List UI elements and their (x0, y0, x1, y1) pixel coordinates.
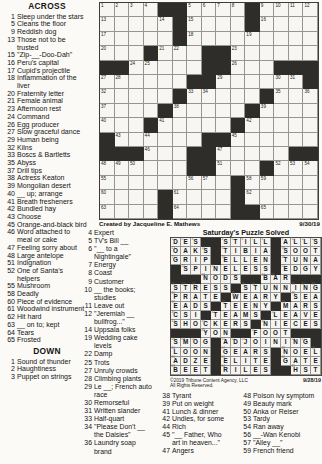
cell-r10c6[interactable] (173, 133, 188, 147)
clue-down-59: 59French friend (240, 447, 322, 455)
clue-number: 33 (2, 151, 17, 159)
cell-r4c6[interactable]: 22 (173, 46, 188, 60)
clue-number: 39 (158, 400, 172, 408)
cell-r8c8[interactable] (202, 104, 217, 118)
cell-r2c11-black (271, 247, 281, 256)
cell-r15c15[interactable] (303, 205, 318, 219)
cell-r12c15[interactable]: 54 (303, 161, 318, 175)
cell-r6c2[interactable]: 28 (115, 75, 130, 89)
cell-r6c4[interactable] (144, 75, 159, 89)
clue-number: 41 (2, 198, 17, 206)
cell-r11c11[interactable] (245, 147, 260, 161)
clue-number: 37 (2, 167, 17, 175)
cell-r9c1[interactable]: 40 (100, 118, 115, 132)
clue-text: Word attached to meal or cake (17, 228, 87, 243)
cell-r1c15[interactable]: 12 (303, 3, 318, 17)
cell-number: 52 (232, 338, 235, 341)
cell-r10c14[interactable] (289, 133, 304, 147)
cell-r15c10-black (231, 205, 246, 219)
cell-r5c12[interactable] (260, 61, 275, 75)
cell-number: 51 (217, 161, 222, 166)
cell-number: 10 (292, 238, 295, 241)
clue-across-21: 21Female animal (2, 97, 92, 105)
solution-letter: L (244, 367, 248, 373)
cell-r2c3[interactable] (129, 17, 144, 31)
cell-r12c9[interactable]: 51 (216, 161, 231, 175)
cell-r14c12[interactable] (260, 190, 275, 204)
cell-r8c6[interactable]: 38 (173, 104, 188, 118)
cell-r9c14[interactable] (289, 118, 304, 132)
cell-r13c2[interactable] (115, 176, 130, 190)
cell-r15c2[interactable] (115, 205, 130, 219)
cell-r3c5[interactable] (158, 32, 173, 46)
cell-r14c10-black (231, 190, 246, 204)
solution-letter: E (243, 294, 247, 300)
cell-r13c12[interactable]: 59 (260, 176, 275, 190)
cell-r2c8[interactable] (202, 17, 217, 31)
cell-r3c15[interactable] (303, 32, 318, 46)
cell-r14c8[interactable] (202, 190, 217, 204)
cell-r13c6[interactable] (173, 176, 188, 190)
cell-r4c15[interactable] (303, 46, 318, 60)
cell-r2c11-black (245, 17, 260, 31)
clue-text: Laundry soap brand (94, 439, 154, 455)
cell-r9c14: V (301, 311, 311, 320)
cell-r4c14[interactable] (289, 46, 304, 60)
cell-r8c15[interactable] (303, 104, 318, 118)
cell-r9c2[interactable] (115, 118, 130, 132)
cell-r13c9[interactable] (216, 176, 231, 190)
cell-r14c13[interactable] (274, 190, 289, 204)
cell-number: 15 (222, 247, 225, 250)
cell-r1c10[interactable]: 8 (231, 3, 246, 17)
cell-r12c13[interactable]: 52 (274, 161, 289, 175)
cell-r6c6[interactable] (173, 75, 188, 89)
solution-letter: G (203, 339, 208, 345)
solution-letter: A (313, 257, 318, 263)
cell-r11c12[interactable] (260, 147, 275, 161)
cell-number: 50 (130, 161, 135, 166)
clue-number: 62 (2, 313, 17, 321)
cell-r6c5[interactable] (158, 75, 173, 89)
cell-number: 43 (116, 133, 121, 138)
solution-letter: E (193, 367, 197, 373)
cell-r6c14[interactable]: 31 (289, 75, 304, 89)
clue-number: 52 (2, 267, 17, 275)
cell-r8c7[interactable] (187, 104, 202, 118)
solution-letter: Y (273, 294, 277, 300)
cell-r5c13-black (274, 61, 289, 75)
cell-r12c5[interactable] (158, 161, 173, 175)
cell-r1c9[interactable]: 7 (216, 3, 231, 17)
cell-r1c6-black (173, 3, 188, 17)
cell-number: 31 (290, 75, 295, 80)
cell-r9c15[interactable] (303, 118, 318, 132)
cell-number: 40 (172, 311, 175, 314)
cell-r2c2: A (181, 247, 191, 256)
cell-r8c9[interactable] (216, 104, 231, 118)
cell-number: 40 (101, 118, 106, 123)
clue-text: Breath fresheners (17, 198, 87, 206)
cell-r15c3[interactable] (129, 205, 144, 219)
solution-letter: A (263, 248, 268, 254)
cell-number: 36 (304, 89, 309, 94)
cell-r3c2[interactable] (115, 32, 130, 46)
cell-r5c3[interactable]: 24 (129, 61, 144, 75)
solution-letter: T (254, 358, 258, 364)
cell-r10c11[interactable] (245, 133, 260, 147)
cell-r2c7[interactable]: 15 (187, 17, 202, 31)
clue-text: Actress Keaton (17, 174, 87, 182)
cell-r6c12[interactable] (260, 75, 275, 89)
cell-r12c6[interactable] (173, 161, 188, 175)
cell-r9c8[interactable] (202, 118, 217, 132)
cell-r1c2[interactable]: 2 (115, 3, 130, 17)
cell-r13c4[interactable] (144, 176, 159, 190)
cell-r8c3[interactable] (129, 104, 144, 118)
cell-r15c4[interactable] (144, 205, 159, 219)
cell-number: 19 (282, 256, 285, 259)
solution-letter: I (285, 339, 287, 345)
clue-across-38: 38Actress Keaton (2, 174, 92, 182)
cell-r2c10[interactable] (231, 17, 246, 31)
cell-r12c4[interactable] (144, 161, 159, 175)
clue-across-16: 16Peru's capital (2, 59, 92, 67)
cell-r6c3[interactable] (129, 75, 144, 89)
clue-text: __ the books; studies (94, 286, 154, 302)
cell-r4c9: S (251, 265, 261, 274)
cell-r9c5[interactable]: 41 (158, 118, 173, 132)
clue-down-6: 6"__ to a Nightingale" (82, 245, 162, 261)
cell-r4c3[interactable] (129, 46, 144, 60)
cell-r3c12[interactable] (260, 32, 275, 46)
cell-number: 9 (282, 238, 284, 241)
cell-r10c15[interactable] (303, 133, 318, 147)
cell-r14c9: T (251, 357, 261, 366)
cell-r7c9[interactable] (216, 89, 231, 103)
cell-r1c1[interactable]: 1 (100, 3, 115, 17)
solution-letter: S (263, 367, 267, 373)
clue-text: Uppsala folks (94, 326, 154, 334)
cell-r12c14[interactable]: 53 (289, 161, 304, 175)
cell-r13c15[interactable] (303, 176, 318, 190)
cell-r15c1[interactable]: 63 (100, 205, 115, 219)
cell-r2c14[interactable] (289, 17, 304, 31)
cell-number: 2 (116, 3, 119, 8)
cell-r7c15[interactable]: 36 (303, 89, 318, 103)
solution-letter: E (233, 303, 237, 309)
clue-down-19: 19Wedding cake levels (82, 334, 162, 350)
solution-letter: D (193, 303, 198, 309)
cell-r7c14[interactable] (289, 89, 304, 103)
solution-letter: A (293, 303, 298, 309)
cell-r9c12[interactable] (260, 118, 275, 132)
cell-r3c4[interactable] (144, 32, 159, 46)
cell-r14c4[interactable] (144, 190, 159, 204)
cell-r15c12-black (281, 366, 291, 375)
clue-text: Drill tips (17, 167, 87, 175)
clue-number: 57 (240, 439, 253, 447)
cell-r13c5[interactable] (158, 176, 173, 190)
cell-r3c1[interactable]: 17 (100, 32, 115, 46)
cell-r1c13[interactable]: 10 (274, 3, 289, 17)
cell-r3c8[interactable] (202, 32, 217, 46)
cell-r11c13[interactable] (274, 147, 289, 161)
cell-r7c13[interactable]: 35 (274, 89, 289, 103)
cell-r4c1[interactable]: 20 (100, 46, 115, 60)
cell-r2c1[interactable]: 13 (100, 17, 115, 31)
clue-number: 24 (2, 113, 17, 121)
cell-r5c7[interactable] (187, 61, 202, 75)
cell-r8c2[interactable] (115, 104, 130, 118)
cell-r10c11: I (271, 320, 281, 329)
cell-r14c7[interactable] (187, 190, 202, 204)
cell-number: 11 (302, 238, 305, 241)
cell-r15c8[interactable] (202, 205, 217, 219)
cell-r6c2: 27T (181, 284, 191, 293)
cell-r12c3[interactable]: 50 (129, 161, 144, 175)
cell-r6c9[interactable]: 29 (216, 75, 231, 89)
cell-number: 42 (272, 311, 275, 314)
cell-r2c4[interactable] (144, 17, 159, 31)
cell-r15c14[interactable] (289, 205, 304, 219)
cell-r15c7[interactable] (187, 205, 202, 219)
cell-number: 17 (101, 32, 106, 37)
cell-r5c10[interactable]: 26 (231, 61, 246, 75)
cell-r8c12[interactable]: 39 (260, 104, 275, 118)
clue-number: 41 (158, 408, 172, 416)
cell-r4c2[interactable] (115, 46, 130, 60)
cell-r1c7[interactable]: 5 (187, 3, 202, 17)
cell-r10c3[interactable] (129, 133, 144, 147)
cell-r1c3: 3S (191, 238, 201, 247)
cell-r14c6[interactable]: 61 (173, 190, 188, 204)
cell-r6c11[interactable] (245, 75, 260, 89)
cell-r6c10[interactable] (231, 75, 246, 89)
cell-r4c2: 20S (181, 265, 191, 274)
clue-number: 3 (2, 373, 17, 381)
cell-r7c5[interactable] (158, 89, 173, 103)
cell-r1c14[interactable]: 11 (289, 3, 304, 17)
clue-down-12: 12"Jeremiah __ bullfrog..." (82, 310, 162, 326)
cell-r1c3[interactable]: 3 (129, 3, 144, 17)
cell-r8c4[interactable] (144, 104, 159, 118)
cell-r9c7[interactable] (187, 118, 202, 132)
cell-r4c11[interactable] (245, 46, 260, 60)
cell-r4c7[interactable] (187, 46, 202, 60)
cell-r10c13[interactable] (274, 133, 289, 147)
cell-r7c3[interactable] (129, 89, 144, 103)
clue-text: Poison ivy symptom (253, 392, 315, 400)
cell-r3c3[interactable] (129, 32, 144, 46)
cell-r13c8[interactable]: 57 (202, 176, 217, 190)
cell-r15c13[interactable] (274, 205, 289, 219)
cell-r9c9[interactable] (216, 118, 231, 132)
cell-r6c13[interactable]: 30 (274, 75, 289, 89)
cell-r10c5[interactable] (158, 133, 173, 147)
cell-number: 57 (203, 176, 208, 181)
solution-letter: I (205, 266, 207, 272)
cell-r2c12[interactable]: 16 (260, 17, 275, 31)
cell-r11c5[interactable] (158, 147, 173, 161)
solution-letter: A (253, 294, 258, 300)
solution-letter: A (293, 312, 298, 318)
cell-r2c5-black (211, 247, 221, 256)
cell-r14c3[interactable] (129, 190, 144, 204)
cell-r11c8-black (202, 147, 217, 161)
cell-r15c9[interactable] (216, 205, 231, 219)
cell-r7c10[interactable] (231, 89, 246, 103)
cell-r11c4: 46Y (201, 329, 211, 338)
clue-text: Le __; French auto race (94, 383, 154, 399)
cell-r14c1[interactable]: 60 (100, 190, 115, 204)
cell-r3c13[interactable] (274, 32, 289, 46)
cell-r2c5[interactable]: 14 (158, 17, 173, 31)
cell-number: 64 (222, 365, 225, 368)
cell-r13c3[interactable] (129, 176, 144, 190)
cell-r7c1[interactable]: 32 (100, 89, 115, 103)
cell-r2c9[interactable] (216, 17, 231, 31)
clue-number: 28 (82, 375, 94, 383)
cell-r15c12[interactable]: 65 (260, 205, 275, 219)
cell-r3c9[interactable] (216, 32, 231, 46)
cell-number: 65 (261, 205, 266, 210)
cell-r2c7: I (231, 247, 241, 256)
cell-r6c1[interactable]: 27 (100, 75, 115, 89)
cell-r4c7: L (231, 265, 241, 274)
cell-r9c6[interactable] (173, 118, 188, 132)
clue-number: 12 (82, 310, 94, 318)
cell-number: 64 (174, 205, 179, 210)
cell-number: 18 (222, 256, 225, 259)
cell-r10c7[interactable] (187, 133, 202, 147)
cell-r3c10[interactable] (231, 32, 246, 46)
clue-text: __ up; arrange (17, 190, 87, 198)
cell-r10c12[interactable] (260, 133, 275, 147)
cell-r11c6[interactable] (173, 147, 188, 161)
cell-r5c10: 24B (261, 275, 271, 284)
cell-r13c7[interactable]: 56 (187, 176, 202, 190)
cell-r10c4[interactable]: 44 (144, 133, 159, 147)
clue-text: Coast (94, 269, 154, 277)
cell-r12c2[interactable]: 49 (115, 161, 130, 175)
clue-text: Cleans the floor (17, 20, 87, 28)
cell-r11c7-black (187, 147, 202, 161)
cell-number: 61 (222, 356, 225, 359)
clue-number: 11 (82, 302, 94, 310)
cell-r7c8[interactable]: 34 (202, 89, 217, 103)
cell-r14c14[interactable] (289, 190, 304, 204)
cell-r14c15[interactable] (303, 190, 318, 204)
clue-down-11: 11Leave out (82, 302, 162, 310)
cell-r5c4[interactable]: 25 (144, 61, 159, 75)
cell-number: 33 (312, 283, 315, 286)
cell-r11c9[interactable]: 47 (216, 147, 231, 161)
cell-r8c14[interactable] (289, 104, 304, 118)
cell-r5c6[interactable] (173, 61, 188, 75)
cell-r7c4[interactable] (144, 89, 159, 103)
solution-letter: I (245, 358, 247, 364)
cell-r7c7[interactable]: 33 (187, 89, 202, 103)
cell-r11c4[interactable]: 46 (144, 147, 159, 161)
cell-r5c5[interactable] (158, 61, 173, 75)
cell-r3c11[interactable]: 19 (245, 32, 260, 46)
cell-r8c12: 39M (281, 302, 291, 311)
cell-r14c2[interactable] (115, 190, 130, 204)
cell-r14c9[interactable] (216, 190, 231, 204)
cell-r2c2[interactable] (115, 17, 130, 31)
cell-r9c13[interactable] (274, 118, 289, 132)
cell-r8c13[interactable] (274, 104, 289, 118)
cell-r9c7: A (231, 311, 241, 320)
cell-r13c11[interactable]: 58 (245, 176, 260, 190)
cell-r13c14[interactable] (289, 176, 304, 190)
cell-r5c11[interactable] (245, 61, 260, 75)
cell-r1c4[interactable]: 4 (144, 3, 159, 17)
cell-r13c13[interactable] (274, 176, 289, 190)
cell-r5c7: S (231, 275, 241, 284)
cell-r15c8: L (241, 366, 251, 375)
clue-across-32: 32Kilns (2, 144, 92, 152)
cell-r5c8-black (202, 61, 217, 75)
cell-r14c11[interactable]: 62 (245, 190, 260, 204)
clue-across-20: 20Fraternity letter (2, 90, 92, 98)
cell-r2c13[interactable] (274, 17, 289, 31)
cell-number: 58 (282, 347, 285, 350)
cell-r12c11[interactable] (245, 161, 260, 175)
cell-r15c6[interactable]: 64 (173, 205, 188, 219)
cell-r10c2[interactable]: 43 (115, 133, 130, 147)
cell-r11c10[interactable] (231, 147, 246, 161)
cell-r7c2[interactable] (115, 89, 130, 103)
cell-r4c5[interactable]: 21 (158, 46, 173, 60)
cell-r2c15[interactable] (303, 17, 318, 31)
clue-down-2: 2Haughtiness (2, 365, 92, 373)
cell-r3c13: U (291, 256, 301, 265)
cell-r11c10: O (261, 329, 271, 338)
cell-r10c10[interactable]: 45 (231, 133, 246, 147)
clue-number: 59 (240, 447, 253, 455)
cell-r1c8[interactable]: 6 (202, 3, 217, 17)
cell-r5c1-black (100, 61, 115, 75)
cell-r8c4: S (201, 302, 211, 311)
clue-text: Afternoon rest (17, 105, 87, 113)
cell-r1c12[interactable]: 9 (260, 3, 275, 17)
cell-r4c13[interactable] (274, 46, 289, 60)
cell-number: 22 (282, 265, 285, 268)
cell-r4c10[interactable]: 23 (231, 46, 246, 60)
clue-number: 5 (82, 237, 94, 245)
solution-letter: S (263, 349, 267, 355)
cell-r9c3[interactable] (129, 118, 144, 132)
cell-r12c1[interactable]: 48 (100, 161, 115, 175)
cell-number: 8 (262, 238, 264, 241)
solution-letter: Z (194, 358, 198, 364)
cell-r3c14[interactable] (289, 32, 304, 46)
cell-r3c7[interactable]: 18 (187, 32, 202, 46)
cell-r8c10[interactable] (231, 104, 246, 118)
cell-r7c11[interactable] (245, 89, 260, 103)
cell-r7c2: R (181, 293, 191, 302)
cell-r4c8-black (202, 46, 217, 60)
clue-text: Slow graceful dance (17, 128, 87, 136)
cell-r4c12[interactable] (260, 46, 275, 60)
cell-r12c10[interactable] (231, 161, 246, 175)
solution-letter: D (183, 358, 188, 364)
cell-r13c1[interactable]: 55 (100, 176, 115, 190)
cell-r8c1[interactable]: 37 (100, 104, 115, 118)
cell-r9c11[interactable]: 42 (245, 118, 260, 132)
